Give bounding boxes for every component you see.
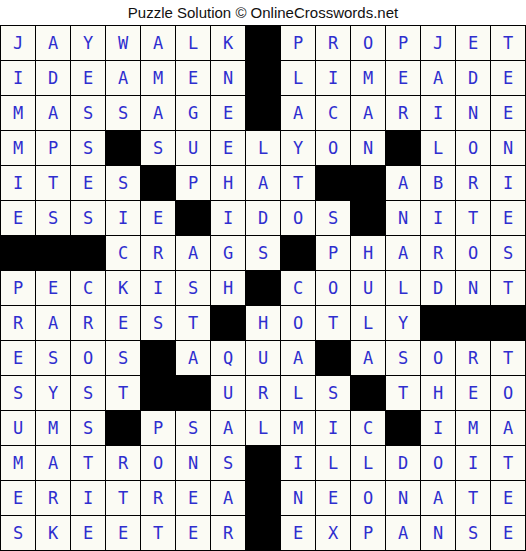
letter-cell: P — [386, 26, 421, 61]
letter-cell: L — [176, 26, 211, 61]
block-cell — [106, 131, 141, 166]
letter-cell: P — [1, 271, 36, 306]
letter-cell: T — [141, 516, 176, 551]
letter-cell: T — [106, 481, 141, 516]
letter-cell: E — [71, 61, 106, 96]
letter-cell: A — [36, 26, 71, 61]
letter-cell: E — [491, 61, 526, 96]
letter-cell: M — [36, 411, 71, 446]
letter-cell: S — [456, 516, 491, 551]
letter-cell: W — [106, 26, 141, 61]
letter-cell: L — [421, 131, 456, 166]
letter-cell: I — [491, 166, 526, 201]
letter-cell: R — [1, 306, 36, 341]
letter-cell: M — [351, 61, 386, 96]
letter-cell: U — [1, 411, 36, 446]
block-cell — [71, 236, 106, 271]
letter-cell: R — [246, 376, 281, 411]
letter-cell: A — [211, 481, 246, 516]
letter-cell: I — [316, 61, 351, 96]
letter-cell: O — [456, 236, 491, 271]
block-cell — [386, 411, 421, 446]
letter-cell: G — [211, 236, 246, 271]
letter-cell: E — [71, 166, 106, 201]
letter-cell: E — [316, 481, 351, 516]
letter-cell: O — [281, 306, 316, 341]
letter-cell: A — [176, 341, 211, 376]
letter-cell: E — [106, 516, 141, 551]
letter-cell: D — [421, 271, 456, 306]
letter-cell: S — [141, 131, 176, 166]
letter-cell: S — [36, 341, 71, 376]
letter-cell: E — [1, 201, 36, 236]
letter-cell: R — [141, 236, 176, 271]
letter-cell: H — [421, 376, 456, 411]
letter-cell: H — [211, 271, 246, 306]
block-cell — [421, 306, 456, 341]
letter-cell: E — [281, 516, 316, 551]
letter-cell: S — [176, 271, 211, 306]
letter-cell: A — [281, 96, 316, 131]
block-cell — [141, 341, 176, 376]
letter-cell: D — [36, 61, 71, 96]
letter-cell: M — [456, 411, 491, 446]
letter-cell: S — [71, 411, 106, 446]
letter-cell: I — [71, 481, 106, 516]
letter-cell: E — [36, 271, 71, 306]
block-cell — [316, 341, 351, 376]
letter-cell: O — [421, 341, 456, 376]
letter-cell: O — [456, 131, 491, 166]
block-cell — [1, 236, 36, 271]
letter-cell: T — [386, 376, 421, 411]
letter-cell: A — [36, 306, 71, 341]
letter-cell: O — [71, 341, 106, 376]
letter-cell: A — [36, 96, 71, 131]
letter-cell: R — [36, 481, 71, 516]
block-cell — [141, 166, 176, 201]
letter-cell: K — [211, 26, 246, 61]
letter-cell: T — [71, 446, 106, 481]
letter-cell: S — [1, 376, 36, 411]
letter-cell: A — [246, 166, 281, 201]
block-cell — [141, 376, 176, 411]
letter-cell: B — [421, 166, 456, 201]
letter-cell: C — [281, 271, 316, 306]
letter-cell: K — [106, 271, 141, 306]
letter-cell: O — [351, 26, 386, 61]
letter-cell: J — [1, 26, 36, 61]
letter-cell: S — [36, 201, 71, 236]
letter-cell: P — [351, 516, 386, 551]
letter-cell: Y — [36, 376, 71, 411]
letter-cell: S — [176, 411, 211, 446]
letter-cell: U — [351, 271, 386, 306]
letter-cell: T — [281, 166, 316, 201]
letter-cell: O — [491, 376, 526, 411]
letter-cell: P — [316, 236, 351, 271]
letter-cell: I — [421, 96, 456, 131]
letter-cell: O — [421, 446, 456, 481]
letter-cell: R — [386, 96, 421, 131]
letter-cell: L — [351, 446, 386, 481]
letter-cell: E — [176, 516, 211, 551]
letter-cell: L — [316, 446, 351, 481]
letter-cell: I — [421, 411, 456, 446]
letter-cell: S — [71, 96, 106, 131]
block-cell — [456, 306, 491, 341]
puzzle-solution-page: Puzzle Solution © OnlineCrosswords.net J… — [0, 0, 526, 551]
letter-cell: A — [36, 446, 71, 481]
letter-cell: I — [106, 201, 141, 236]
letter-cell: Y — [281, 131, 316, 166]
block-cell — [176, 201, 211, 236]
letter-cell: I — [421, 201, 456, 236]
letter-cell: C — [106, 236, 141, 271]
block-cell — [246, 61, 281, 96]
page-title: Puzzle Solution © OnlineCrosswords.net — [0, 0, 526, 25]
letter-cell: S — [246, 236, 281, 271]
letter-cell: E — [491, 516, 526, 551]
letter-cell: E — [1, 481, 36, 516]
letter-cell: P — [281, 26, 316, 61]
letter-cell: C — [71, 271, 106, 306]
block-cell — [246, 516, 281, 551]
letter-cell: T — [491, 271, 526, 306]
block-cell — [351, 201, 386, 236]
letter-cell: R — [456, 341, 491, 376]
letter-cell: Y — [71, 26, 106, 61]
letter-cell: S — [106, 166, 141, 201]
letter-cell: L — [281, 376, 316, 411]
letter-cell: T — [176, 306, 211, 341]
letter-cell: I — [1, 61, 36, 96]
letter-cell: T — [106, 376, 141, 411]
letter-cell: S — [316, 201, 351, 236]
block-cell — [316, 166, 351, 201]
letter-cell: I — [141, 271, 176, 306]
letter-cell: L — [246, 131, 281, 166]
block-cell — [176, 376, 211, 411]
letter-cell: E — [211, 131, 246, 166]
block-cell — [246, 96, 281, 131]
letter-cell: I — [1, 166, 36, 201]
letter-cell: T — [491, 26, 526, 61]
letter-cell: S — [386, 341, 421, 376]
block-cell — [246, 481, 281, 516]
letter-cell: N — [176, 446, 211, 481]
letter-cell: U — [176, 131, 211, 166]
letter-cell: P — [176, 166, 211, 201]
letter-cell: S — [71, 201, 106, 236]
letter-cell: E — [1, 341, 36, 376]
block-cell — [36, 236, 71, 271]
letter-cell: M — [1, 446, 36, 481]
block-cell — [246, 271, 281, 306]
letter-cell: E — [491, 96, 526, 131]
letter-cell: M — [1, 131, 36, 166]
letter-cell: S — [316, 376, 351, 411]
letter-cell: S — [71, 376, 106, 411]
letter-cell: A — [491, 411, 526, 446]
letter-cell: T — [36, 166, 71, 201]
letter-cell: H — [351, 236, 386, 271]
letter-cell: A — [176, 236, 211, 271]
letter-cell: Y — [386, 306, 421, 341]
letter-cell: L — [246, 411, 281, 446]
letter-cell: X — [316, 516, 351, 551]
letter-cell: E — [456, 376, 491, 411]
letter-cell: G — [176, 96, 211, 131]
letter-cell: R — [106, 446, 141, 481]
letter-cell: R — [71, 306, 106, 341]
crossword-grid: JAYWALKPROPJETIDEAMENLIMEADEMASSAGEACARI… — [0, 25, 526, 551]
letter-cell: A — [281, 341, 316, 376]
letter-cell: A — [386, 516, 421, 551]
letter-cell: N — [281, 481, 316, 516]
letter-cell: P — [36, 131, 71, 166]
letter-cell: A — [141, 26, 176, 61]
letter-cell: S — [1, 516, 36, 551]
letter-cell: O — [351, 481, 386, 516]
block-cell — [351, 376, 386, 411]
letter-cell: E — [211, 96, 246, 131]
letter-cell: N — [456, 271, 491, 306]
letter-cell: N — [456, 96, 491, 131]
letter-cell: A — [351, 341, 386, 376]
letter-cell: S — [141, 306, 176, 341]
letter-cell: T — [491, 341, 526, 376]
letter-cell: C — [351, 411, 386, 446]
letter-cell: E — [71, 516, 106, 551]
letter-cell: R — [456, 166, 491, 201]
letter-cell: N — [211, 61, 246, 96]
letter-cell: M — [281, 411, 316, 446]
letter-cell: C — [316, 96, 351, 131]
letter-cell: A — [421, 61, 456, 96]
block-cell — [491, 306, 526, 341]
letter-cell: S — [106, 96, 141, 131]
letter-cell: T — [491, 446, 526, 481]
letter-cell: U — [211, 376, 246, 411]
letter-cell: S — [71, 131, 106, 166]
letter-cell: D — [456, 61, 491, 96]
letter-cell: I — [281, 446, 316, 481]
letter-cell: N — [351, 131, 386, 166]
letter-cell: T — [456, 481, 491, 516]
letter-cell: J — [421, 26, 456, 61]
letter-cell: R — [316, 26, 351, 61]
letter-cell: A — [141, 96, 176, 131]
letter-cell: Q — [211, 341, 246, 376]
letter-cell: R — [141, 481, 176, 516]
letter-cell: N — [386, 201, 421, 236]
block-cell — [351, 166, 386, 201]
block-cell — [106, 411, 141, 446]
letter-cell: I — [316, 411, 351, 446]
letter-cell: S — [106, 341, 141, 376]
letter-cell: E — [176, 61, 211, 96]
letter-cell: E — [106, 306, 141, 341]
letter-cell: E — [491, 201, 526, 236]
letter-cell: M — [1, 96, 36, 131]
letter-cell: S — [211, 446, 246, 481]
letter-cell: I — [456, 446, 491, 481]
letter-cell: T — [316, 306, 351, 341]
letter-cell: E — [176, 481, 211, 516]
letter-cell: O — [141, 446, 176, 481]
letter-cell: P — [141, 411, 176, 446]
block-cell — [386, 131, 421, 166]
letter-cell: I — [211, 201, 246, 236]
letter-cell: T — [456, 201, 491, 236]
letter-cell: L — [386, 271, 421, 306]
letter-cell: O — [316, 131, 351, 166]
letter-cell: N — [386, 481, 421, 516]
letter-cell: A — [386, 166, 421, 201]
letter-cell: D — [246, 201, 281, 236]
letter-cell: E — [491, 481, 526, 516]
block-cell — [246, 446, 281, 481]
letter-cell: H — [211, 166, 246, 201]
block-cell — [281, 236, 316, 271]
letter-cell: E — [456, 26, 491, 61]
letter-cell: U — [246, 341, 281, 376]
letter-cell: M — [141, 61, 176, 96]
letter-cell: L — [351, 306, 386, 341]
letter-cell: A — [351, 96, 386, 131]
block-cell — [211, 306, 246, 341]
letter-cell: O — [316, 271, 351, 306]
letter-cell: R — [421, 236, 456, 271]
letter-cell: H — [246, 306, 281, 341]
letter-cell: N — [421, 516, 456, 551]
block-cell — [246, 26, 281, 61]
letter-cell: R — [211, 516, 246, 551]
letter-cell: E — [141, 201, 176, 236]
letter-cell: A — [211, 411, 246, 446]
letter-cell: E — [386, 61, 421, 96]
letter-cell: N — [491, 131, 526, 166]
letter-cell: A — [106, 61, 141, 96]
letter-cell: K — [36, 516, 71, 551]
letter-cell: O — [281, 201, 316, 236]
letter-cell: L — [281, 61, 316, 96]
letter-cell: D — [386, 446, 421, 481]
letter-cell: A — [421, 481, 456, 516]
letter-cell: A — [386, 236, 421, 271]
letter-cell: S — [491, 236, 526, 271]
